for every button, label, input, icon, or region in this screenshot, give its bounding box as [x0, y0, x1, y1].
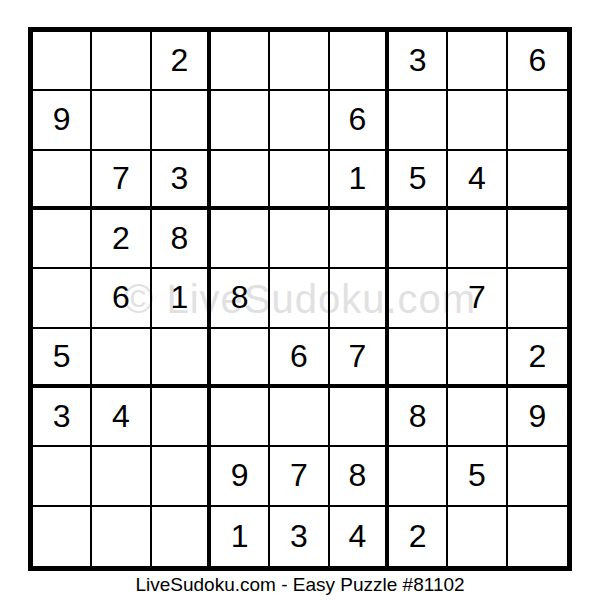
- cell-r3c9[interactable]: [508, 151, 567, 210]
- cell-r6c4[interactable]: [211, 329, 270, 388]
- cell-r9c5[interactable]: 3: [270, 507, 329, 566]
- cell-r5c6[interactable]: [330, 269, 389, 328]
- cell-r4c2[interactable]: 2: [92, 210, 151, 269]
- cell-r6c5[interactable]: 6: [270, 329, 329, 388]
- cell-r8c8[interactable]: 5: [448, 447, 507, 506]
- cell-r2c5[interactable]: [270, 91, 329, 150]
- cell-r1c2[interactable]: [92, 32, 151, 91]
- cell-r6c9[interactable]: 2: [508, 329, 567, 388]
- cell-r2c9[interactable]: [508, 91, 567, 150]
- cell-r7c8[interactable]: [448, 388, 507, 447]
- cell-r4c9[interactable]: [508, 210, 567, 269]
- cell-r9c4[interactable]: 1: [211, 507, 270, 566]
- cell-r7c1[interactable]: 3: [33, 388, 92, 447]
- cell-r6c6[interactable]: 7: [330, 329, 389, 388]
- cell-r2c7[interactable]: [389, 91, 448, 150]
- cell-r6c1[interactable]: 5: [33, 329, 92, 388]
- cell-r5c5[interactable]: [270, 269, 329, 328]
- cell-r8c6[interactable]: 8: [330, 447, 389, 506]
- cell-r1c6[interactable]: [330, 32, 389, 91]
- cell-r3c1[interactable]: [33, 151, 92, 210]
- cell-r8c5[interactable]: 7: [270, 447, 329, 506]
- cell-r5c8[interactable]: 7: [448, 269, 507, 328]
- cell-r3c8[interactable]: 4: [448, 151, 507, 210]
- cell-r3c5[interactable]: [270, 151, 329, 210]
- cell-r2c8[interactable]: [448, 91, 507, 150]
- cell-r9c6[interactable]: 4: [330, 507, 389, 566]
- cell-r8c3[interactable]: [152, 447, 211, 506]
- cell-r1c1[interactable]: [33, 32, 92, 91]
- cell-r8c1[interactable]: [33, 447, 92, 506]
- cell-r5c2[interactable]: 6: [92, 269, 151, 328]
- cell-r5c1[interactable]: [33, 269, 92, 328]
- cell-r4c8[interactable]: [448, 210, 507, 269]
- cell-r1c7[interactable]: 3: [389, 32, 448, 91]
- cell-r1c9[interactable]: 6: [508, 32, 567, 91]
- cell-r6c3[interactable]: [152, 329, 211, 388]
- cell-r9c3[interactable]: [152, 507, 211, 566]
- cell-r5c3[interactable]: 1: [152, 269, 211, 328]
- cell-r1c5[interactable]: [270, 32, 329, 91]
- cell-r4c7[interactable]: [389, 210, 448, 269]
- cell-r9c2[interactable]: [92, 507, 151, 566]
- cell-r4c3[interactable]: 8: [152, 210, 211, 269]
- cell-r9c7[interactable]: 2: [389, 507, 448, 566]
- cell-r3c6[interactable]: 1: [330, 151, 389, 210]
- cell-r1c8[interactable]: [448, 32, 507, 91]
- cell-r7c4[interactable]: [211, 388, 270, 447]
- cell-r4c5[interactable]: [270, 210, 329, 269]
- cell-r6c8[interactable]: [448, 329, 507, 388]
- cell-r9c9[interactable]: [508, 507, 567, 566]
- cell-r2c1[interactable]: 9: [33, 91, 92, 150]
- cell-r7c6[interactable]: [330, 388, 389, 447]
- cell-r5c4[interactable]: 8: [211, 269, 270, 328]
- cell-r1c3[interactable]: 2: [152, 32, 211, 91]
- cell-r9c1[interactable]: [33, 507, 92, 566]
- cell-r4c4[interactable]: [211, 210, 270, 269]
- cell-r3c7[interactable]: 5: [389, 151, 448, 210]
- cell-r2c4[interactable]: [211, 91, 270, 150]
- cell-r8c2[interactable]: [92, 447, 151, 506]
- cell-r4c1[interactable]: [33, 210, 92, 269]
- puzzle-caption: LiveSudoku.com - Easy Puzzle #81102: [0, 574, 600, 596]
- cell-r3c3[interactable]: 3: [152, 151, 211, 210]
- cell-r8c9[interactable]: [508, 447, 567, 506]
- cell-r7c3[interactable]: [152, 388, 211, 447]
- cell-r7c7[interactable]: 8: [389, 388, 448, 447]
- cell-r1c4[interactable]: [211, 32, 270, 91]
- cell-r4c6[interactable]: [330, 210, 389, 269]
- cell-r8c7[interactable]: [389, 447, 448, 506]
- cell-r5c9[interactable]: [508, 269, 567, 328]
- cell-r6c7[interactable]: [389, 329, 448, 388]
- cell-r7c2[interactable]: 4: [92, 388, 151, 447]
- cell-r2c6[interactable]: 6: [330, 91, 389, 150]
- cell-r7c5[interactable]: [270, 388, 329, 447]
- cell-r6c2[interactable]: [92, 329, 151, 388]
- cell-r2c2[interactable]: [92, 91, 151, 150]
- cell-r9c8[interactable]: [448, 507, 507, 566]
- cell-r5c7[interactable]: [389, 269, 448, 328]
- sudoku-board: © LiveSudoku.com 23696731542861875672348…: [28, 27, 572, 571]
- cell-r3c2[interactable]: 7: [92, 151, 151, 210]
- cell-r8c4[interactable]: 9: [211, 447, 270, 506]
- cell-r2c3[interactable]: [152, 91, 211, 150]
- cell-r7c9[interactable]: 9: [508, 388, 567, 447]
- cell-r3c4[interactable]: [211, 151, 270, 210]
